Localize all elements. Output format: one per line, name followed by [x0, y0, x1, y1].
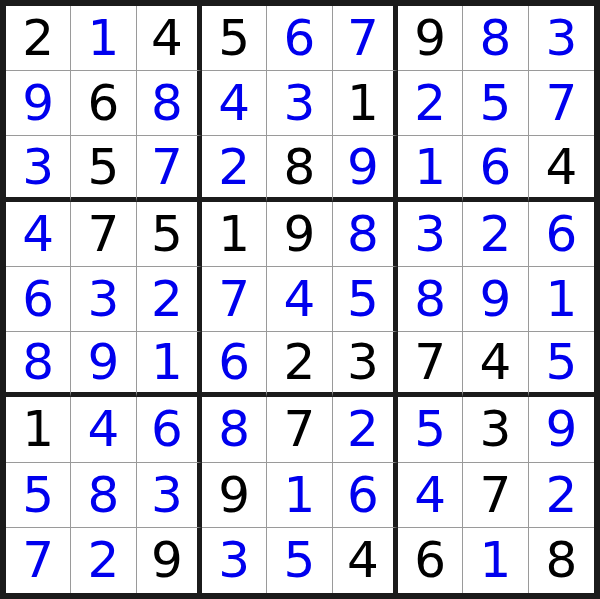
cell-r6c3[interactable]: 1 — [137, 332, 202, 397]
cell-r6c4[interactable]: 6 — [202, 332, 267, 397]
cell-r9c1[interactable]: 7 — [6, 528, 71, 593]
cell-r3c6[interactable]: 9 — [333, 136, 398, 201]
cell-r2c3[interactable]: 8 — [137, 71, 202, 136]
cell-value: 4 — [284, 274, 316, 324]
cell-value: 9 — [88, 337, 120, 387]
cell-value: 2 — [347, 404, 379, 454]
cell-value: 1 — [22, 404, 54, 454]
cell-value: 4 — [22, 209, 54, 259]
cell-value: 3 — [545, 13, 577, 63]
cell-value: 9 — [545, 404, 577, 454]
cell-r9c6[interactable]: 4 — [333, 528, 398, 593]
cell-value: 9 — [284, 209, 316, 259]
cell-r6c7[interactable]: 7 — [398, 332, 463, 397]
cell-value: 7 — [545, 78, 577, 128]
cell-value: 8 — [347, 209, 379, 259]
cell-value: 4 — [218, 78, 250, 128]
cell-r5c9[interactable]: 1 — [529, 267, 594, 332]
cell-value: 2 — [22, 13, 54, 63]
cell-value: 3 — [347, 337, 379, 387]
cell-value: 4 — [545, 142, 577, 192]
cell-r4c4[interactable]: 1 — [202, 202, 267, 267]
cell-value: 7 — [347, 13, 379, 63]
cell-r4c2[interactable]: 7 — [71, 202, 136, 267]
cell-r3c8[interactable]: 6 — [463, 136, 528, 201]
cell-value: 8 — [151, 78, 183, 128]
cell-r8c9[interactable]: 2 — [529, 463, 594, 528]
cell-r6c5[interactable]: 2 — [267, 332, 332, 397]
cell-r3c2[interactable]: 5 — [71, 136, 136, 201]
cell-value: 5 — [284, 535, 316, 585]
cell-r1c5[interactable]: 6 — [267, 6, 332, 71]
cell-r1c6[interactable]: 7 — [333, 6, 398, 71]
cell-r5c8[interactable]: 9 — [463, 267, 528, 332]
cell-r4c5[interactable]: 9 — [267, 202, 332, 267]
cell-value: 4 — [151, 13, 183, 63]
cell-value: 2 — [414, 78, 446, 128]
cell-value: 9 — [151, 535, 183, 585]
cell-value: 9 — [347, 142, 379, 192]
cell-r9c4[interactable]: 3 — [202, 528, 267, 593]
cell-r5c2[interactable]: 3 — [71, 267, 136, 332]
cell-r6c9[interactable]: 5 — [529, 332, 594, 397]
cell-value: 5 — [414, 404, 446, 454]
cell-r1c2[interactable]: 1 — [71, 6, 136, 71]
cell-r5c4[interactable]: 7 — [202, 267, 267, 332]
cell-r5c3[interactable]: 2 — [137, 267, 202, 332]
cell-value: 7 — [480, 470, 512, 520]
cell-value: 4 — [347, 535, 379, 585]
cell-r3c1[interactable]: 3 — [6, 136, 71, 201]
cell-value: 7 — [151, 142, 183, 192]
cell-r4c3[interactable]: 5 — [137, 202, 202, 267]
cell-r7c8[interactable]: 3 — [463, 397, 528, 462]
cell-value: 6 — [284, 13, 316, 63]
cell-r4c9[interactable]: 6 — [529, 202, 594, 267]
cell-value: 6 — [88, 78, 120, 128]
cell-value: 2 — [151, 274, 183, 324]
cell-r8c3[interactable]: 3 — [137, 463, 202, 528]
cell-value: 6 — [218, 337, 250, 387]
cell-value: 1 — [151, 337, 183, 387]
cell-value: 7 — [88, 209, 120, 259]
cell-value: 7 — [284, 404, 316, 454]
cell-r8c1[interactable]: 5 — [6, 463, 71, 528]
cell-r7c3[interactable]: 6 — [137, 397, 202, 462]
cell-r4c6[interactable]: 8 — [333, 202, 398, 267]
cell-r9c7[interactable]: 6 — [398, 528, 463, 593]
cell-value: 5 — [480, 78, 512, 128]
cell-value: 5 — [22, 470, 54, 520]
cell-value: 6 — [414, 535, 446, 585]
cell-r7c9[interactable]: 9 — [529, 397, 594, 462]
cell-r6c1[interactable]: 8 — [6, 332, 71, 397]
cell-value: 9 — [218, 470, 250, 520]
cell-r7c1[interactable]: 1 — [6, 397, 71, 462]
cell-r7c5[interactable]: 7 — [267, 397, 332, 462]
cell-value: 5 — [545, 337, 577, 387]
cell-r4c7[interactable]: 3 — [398, 202, 463, 267]
sudoku-app: 2145679839684312573572891644751983266327… — [0, 0, 600, 599]
cell-value: 2 — [284, 337, 316, 387]
cell-value: 8 — [545, 535, 577, 585]
cell-r9c8[interactable]: 1 — [463, 528, 528, 593]
cell-value: 3 — [218, 535, 250, 585]
cell-r9c2[interactable]: 2 — [71, 528, 136, 593]
cell-r8c8[interactable]: 7 — [463, 463, 528, 528]
cell-r6c8[interactable]: 4 — [463, 332, 528, 397]
cell-r2c1[interactable]: 9 — [6, 71, 71, 136]
cell-value: 3 — [88, 274, 120, 324]
cell-r7c7[interactable]: 5 — [398, 397, 463, 462]
cell-value: 3 — [284, 78, 316, 128]
cell-value: 3 — [480, 404, 512, 454]
cell-r3c7[interactable]: 1 — [398, 136, 463, 201]
cell-r8c2[interactable]: 8 — [71, 463, 136, 528]
cell-value: 7 — [414, 337, 446, 387]
cell-value: 8 — [218, 404, 250, 454]
cell-value: 8 — [88, 470, 120, 520]
cell-r3c3[interactable]: 7 — [137, 136, 202, 201]
cell-r7c4[interactable]: 8 — [202, 397, 267, 462]
cell-r2c8[interactable]: 5 — [463, 71, 528, 136]
cell-value: 4 — [414, 470, 446, 520]
cell-value: 9 — [22, 78, 54, 128]
cell-r2c6[interactable]: 1 — [333, 71, 398, 136]
cell-value: 2 — [545, 470, 577, 520]
cell-r7c2[interactable]: 4 — [71, 397, 136, 462]
cell-r2c7[interactable]: 2 — [398, 71, 463, 136]
cell-r8c6[interactable]: 6 — [333, 463, 398, 528]
cell-value: 1 — [414, 142, 446, 192]
cell-r2c9[interactable]: 7 — [529, 71, 594, 136]
cell-r5c6[interactable]: 5 — [333, 267, 398, 332]
cell-r7c6[interactable]: 2 — [333, 397, 398, 462]
cell-value: 6 — [480, 142, 512, 192]
cell-r2c4[interactable]: 4 — [202, 71, 267, 136]
cell-value: 9 — [480, 274, 512, 324]
cell-value: 3 — [151, 470, 183, 520]
cell-value: 3 — [22, 142, 54, 192]
cell-value: 2 — [88, 535, 120, 585]
cell-r4c1[interactable]: 4 — [6, 202, 71, 267]
cell-r1c1[interactable]: 2 — [6, 6, 71, 71]
cell-value: 5 — [88, 142, 120, 192]
cell-r3c9[interactable]: 4 — [529, 136, 594, 201]
cell-value: 6 — [151, 404, 183, 454]
cell-r9c9[interactable]: 8 — [529, 528, 594, 593]
cell-value: 1 — [545, 274, 577, 324]
cell-r3c5[interactable]: 8 — [267, 136, 332, 201]
cell-value: 5 — [218, 13, 250, 63]
cell-r1c7[interactable]: 9 — [398, 6, 463, 71]
cell-r5c5[interactable]: 4 — [267, 267, 332, 332]
cell-value: 8 — [22, 337, 54, 387]
cell-value: 1 — [347, 78, 379, 128]
cell-r2c2[interactable]: 6 — [71, 71, 136, 136]
cell-r1c3[interactable]: 4 — [137, 6, 202, 71]
cell-value: 5 — [347, 274, 379, 324]
cell-r9c3[interactable]: 9 — [137, 528, 202, 593]
cell-value: 1 — [480, 535, 512, 585]
cell-r5c7[interactable]: 8 — [398, 267, 463, 332]
cell-value: 1 — [88, 13, 120, 63]
cell-value: 8 — [480, 13, 512, 63]
cell-r9c5[interactable]: 5 — [267, 528, 332, 593]
cell-value: 4 — [480, 337, 512, 387]
cell-value: 9 — [414, 13, 446, 63]
cell-value: 3 — [414, 209, 446, 259]
cell-r1c8[interactable]: 8 — [463, 6, 528, 71]
cell-r6c6[interactable]: 3 — [333, 332, 398, 397]
cell-r6c2[interactable]: 9 — [71, 332, 136, 397]
cell-value: 7 — [22, 535, 54, 585]
cell-r8c7[interactable]: 4 — [398, 463, 463, 528]
cell-value: 1 — [218, 209, 250, 259]
cell-value: 2 — [480, 209, 512, 259]
cell-value: 6 — [347, 470, 379, 520]
cell-r1c9[interactable]: 3 — [529, 6, 594, 71]
cell-r5c1[interactable]: 6 — [6, 267, 71, 332]
cell-value: 1 — [284, 470, 316, 520]
cell-value: 7 — [218, 274, 250, 324]
cell-value: 8 — [414, 274, 446, 324]
sudoku-board: 2145679839684312573572891644751983266327… — [0, 0, 600, 599]
cell-r8c4[interactable]: 9 — [202, 463, 267, 528]
cell-value: 4 — [88, 404, 120, 454]
cell-value: 5 — [151, 209, 183, 259]
cell-value: 2 — [218, 142, 250, 192]
cell-r3c4[interactable]: 2 — [202, 136, 267, 201]
cell-r1c4[interactable]: 5 — [202, 6, 267, 71]
cell-r2c5[interactable]: 3 — [267, 71, 332, 136]
cell-value: 8 — [284, 142, 316, 192]
cell-r4c8[interactable]: 2 — [463, 202, 528, 267]
cell-value: 6 — [22, 274, 54, 324]
cell-value: 6 — [545, 209, 577, 259]
cell-r8c5[interactable]: 1 — [267, 463, 332, 528]
